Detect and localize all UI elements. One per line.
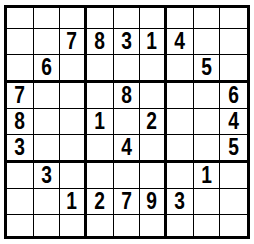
cell-r6c2[interactable] xyxy=(34,135,61,163)
cell-r4c4[interactable] xyxy=(87,83,114,109)
cell-r3c6[interactable] xyxy=(140,55,167,83)
cell-r6c7[interactable] xyxy=(167,135,194,163)
cell-r7c4[interactable] xyxy=(87,163,114,189)
given-digit: 4 xyxy=(121,135,132,160)
cell-r2c5[interactable]: 3 xyxy=(114,29,141,55)
cell-r5c5[interactable] xyxy=(114,109,141,135)
cell-r9c5[interactable] xyxy=(114,215,141,236)
cell-r6c5[interactable]: 4 xyxy=(114,135,141,163)
cell-r1c1[interactable] xyxy=(7,8,34,29)
cell-r7c1[interactable] xyxy=(7,163,34,189)
cell-r4c1[interactable]: 7 xyxy=(7,83,34,109)
cell-r1c4[interactable] xyxy=(87,8,114,29)
cell-r9c3[interactable] xyxy=(60,215,87,236)
cell-r1c2[interactable] xyxy=(34,8,61,29)
given-digit: 8 xyxy=(14,109,25,134)
cell-r3c5[interactable] xyxy=(114,55,141,83)
given-digit: 7 xyxy=(14,83,25,108)
cell-r3c4[interactable] xyxy=(87,55,114,83)
cell-r8c6[interactable]: 9 xyxy=(140,189,167,215)
cell-r5c3[interactable] xyxy=(60,109,87,135)
cell-r9c7[interactable] xyxy=(167,215,194,236)
given-digit: 1 xyxy=(147,29,158,54)
cell-r8c8[interactable] xyxy=(194,189,221,215)
cell-r6c9[interactable]: 5 xyxy=(220,135,247,163)
cell-r9c2[interactable] xyxy=(34,215,61,236)
cell-r6c6[interactable] xyxy=(140,135,167,163)
cell-r8c1[interactable] xyxy=(7,189,34,215)
cell-r5c7[interactable] xyxy=(167,109,194,135)
given-digit: 1 xyxy=(201,163,212,188)
cell-r7c7[interactable] xyxy=(167,163,194,189)
cell-r4c6[interactable] xyxy=(140,83,167,109)
cell-r7c6[interactable] xyxy=(140,163,167,189)
cell-r6c8[interactable] xyxy=(194,135,221,163)
cell-r2c6[interactable]: 1 xyxy=(140,29,167,55)
cell-r3c8[interactable]: 5 xyxy=(194,55,221,83)
cell-r8c2[interactable] xyxy=(34,189,61,215)
cell-r4c7[interactable] xyxy=(167,83,194,109)
given-digit: 3 xyxy=(14,135,25,160)
cell-r5c8[interactable] xyxy=(194,109,221,135)
given-digit: 8 xyxy=(94,29,105,54)
cell-r5c6[interactable]: 2 xyxy=(140,109,167,135)
cell-r3c1[interactable] xyxy=(7,55,34,83)
cell-r1c5[interactable] xyxy=(114,8,141,29)
given-digit: 6 xyxy=(41,55,52,80)
cell-r9c8[interactable] xyxy=(194,215,221,236)
cell-r4c8[interactable] xyxy=(194,83,221,109)
given-digit: 5 xyxy=(228,135,239,160)
given-digit: 4 xyxy=(174,29,185,54)
given-digit: 3 xyxy=(41,163,52,188)
cell-r2c8[interactable] xyxy=(194,29,221,55)
given-digit: 1 xyxy=(67,189,78,214)
given-digit: 3 xyxy=(121,29,132,54)
given-digit: 1 xyxy=(94,109,105,134)
cell-r8c7[interactable]: 3 xyxy=(167,189,194,215)
cell-r5c4[interactable]: 1 xyxy=(87,109,114,135)
cell-r7c2[interactable]: 3 xyxy=(34,163,61,189)
cell-r2c1[interactable] xyxy=(7,29,34,55)
cell-r6c1[interactable]: 3 xyxy=(7,135,34,163)
cell-r9c9[interactable] xyxy=(220,215,247,236)
cell-r2c7[interactable]: 4 xyxy=(167,29,194,55)
cell-r8c5[interactable]: 7 xyxy=(114,189,141,215)
given-digit: 2 xyxy=(94,189,105,214)
given-digit: 9 xyxy=(147,189,158,214)
given-digit: 8 xyxy=(121,83,132,108)
cell-r7c9[interactable] xyxy=(220,163,247,189)
cell-r9c4[interactable] xyxy=(87,215,114,236)
cell-r4c5[interactable]: 8 xyxy=(114,83,141,109)
cell-r6c4[interactable] xyxy=(87,135,114,163)
cell-r8c4[interactable]: 2 xyxy=(87,189,114,215)
cell-r9c6[interactable] xyxy=(140,215,167,236)
cell-r7c5[interactable] xyxy=(114,163,141,189)
cell-r7c3[interactable] xyxy=(60,163,87,189)
cell-r4c9[interactable]: 6 xyxy=(220,83,247,109)
cell-r1c7[interactable] xyxy=(167,8,194,29)
cell-r3c7[interactable] xyxy=(167,55,194,83)
cell-r4c3[interactable] xyxy=(60,83,87,109)
given-digit: 2 xyxy=(147,109,158,134)
cell-r5c2[interactable] xyxy=(34,109,61,135)
cell-r1c9[interactable] xyxy=(220,8,247,29)
cell-r8c9[interactable] xyxy=(220,189,247,215)
given-digit: 6 xyxy=(228,83,239,108)
cell-r2c3[interactable]: 7 xyxy=(60,29,87,55)
cell-r8c3[interactable]: 1 xyxy=(60,189,87,215)
cell-r5c1[interactable]: 8 xyxy=(7,109,34,135)
cell-r1c8[interactable] xyxy=(194,8,221,29)
cell-r2c4[interactable]: 8 xyxy=(87,29,114,55)
cell-r9c1[interactable] xyxy=(7,215,34,236)
cell-r4c2[interactable] xyxy=(34,83,61,109)
cell-r1c3[interactable] xyxy=(60,8,87,29)
cell-r6c3[interactable] xyxy=(60,135,87,163)
sudoku-board: 783146578681243453112793 xyxy=(4,5,250,239)
given-digit: 7 xyxy=(121,189,132,214)
given-digit: 3 xyxy=(174,189,185,214)
cell-r2c9[interactable] xyxy=(220,29,247,55)
cell-r5c9[interactable]: 4 xyxy=(220,109,247,135)
cell-r1c6[interactable] xyxy=(140,8,167,29)
cell-r3c9[interactable] xyxy=(220,55,247,83)
cell-r3c2[interactable]: 6 xyxy=(34,55,61,83)
given-digit: 5 xyxy=(201,55,212,80)
cell-r3c3[interactable] xyxy=(60,55,87,83)
given-digit: 4 xyxy=(228,109,239,134)
cell-r7c8[interactable]: 1 xyxy=(194,163,221,189)
given-digit: 7 xyxy=(67,29,78,54)
cell-r2c2[interactable] xyxy=(34,29,61,55)
